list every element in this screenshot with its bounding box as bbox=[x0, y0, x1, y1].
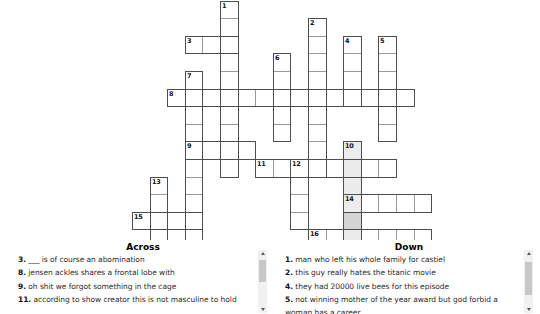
grid-cell[interactable] bbox=[273, 89, 291, 107]
across-heading: Across bbox=[18, 242, 268, 253]
scrollbar-thumb[interactable] bbox=[259, 260, 266, 282]
cell-number: 1 bbox=[222, 3, 226, 10]
grid-cell[interactable] bbox=[308, 89, 327, 107]
grid-cell[interactable] bbox=[273, 106, 291, 125]
scrollbar-track[interactable] bbox=[524, 257, 533, 306]
cell-number: 14 bbox=[345, 196, 354, 203]
cell-number: 15 bbox=[134, 214, 143, 221]
grid-cell[interactable] bbox=[343, 71, 362, 90]
scrollbar-thumb[interactable] bbox=[525, 262, 532, 295]
cell-number: 9 bbox=[187, 143, 191, 150]
grid-cell[interactable] bbox=[343, 53, 362, 72]
grid-cell[interactable] bbox=[308, 53, 327, 72]
grid-cell[interactable] bbox=[290, 89, 309, 107]
cell-number: 7 bbox=[187, 73, 191, 80]
clue-number: 4. bbox=[285, 282, 293, 291]
grid-cell[interactable] bbox=[308, 71, 327, 90]
grid-cell[interactable] bbox=[361, 89, 379, 107]
clue-text: man who left his whole family for castie… bbox=[293, 255, 445, 264]
grid-cell[interactable] bbox=[414, 194, 432, 213]
cell-number: 8 bbox=[169, 91, 173, 98]
grid-cell[interactable] bbox=[308, 159, 327, 178]
grid-cell[interactable] bbox=[185, 177, 203, 195]
clue-number: 8. bbox=[18, 268, 26, 277]
grid-cell[interactable] bbox=[202, 141, 221, 160]
down-clue: 2. this guy really hates the titanic mov… bbox=[285, 266, 525, 279]
clue-number: 3. bbox=[18, 255, 26, 264]
grid-cell[interactable] bbox=[202, 89, 221, 107]
scroll-up-button[interactable] bbox=[524, 250, 533, 257]
scroll-down-button[interactable] bbox=[258, 306, 267, 313]
grid-cell[interactable] bbox=[185, 194, 203, 213]
grid-cell[interactable] bbox=[326, 159, 344, 178]
grid-cell[interactable] bbox=[273, 71, 291, 90]
grid-cell[interactable] bbox=[343, 159, 362, 178]
clue-number: 2. bbox=[285, 268, 293, 277]
clue-text: according to show creator this is not ma… bbox=[31, 295, 236, 304]
grid-cell[interactable] bbox=[378, 124, 397, 142]
cell-number: 16 bbox=[310, 231, 319, 238]
across-scrollbar[interactable] bbox=[258, 250, 267, 313]
arrow-down-icon bbox=[261, 308, 265, 311]
grid-cell[interactable] bbox=[396, 229, 415, 240]
clue-number: 5. bbox=[285, 295, 293, 304]
grid-cell[interactable] bbox=[220, 159, 239, 178]
arrow-up-icon bbox=[527, 252, 531, 255]
grid-cell[interactable] bbox=[185, 89, 203, 107]
grid-cell[interactable] bbox=[326, 89, 344, 107]
grid-cell[interactable] bbox=[220, 36, 239, 54]
grid-cell[interactable] bbox=[378, 229, 397, 240]
grid-cell[interactable] bbox=[343, 229, 362, 240]
grid-cell[interactable] bbox=[185, 229, 203, 240]
grid-cell[interactable] bbox=[185, 106, 203, 125]
grid-cell[interactable] bbox=[396, 89, 415, 107]
grid-cell[interactable] bbox=[361, 229, 379, 240]
grid-cell[interactable] bbox=[361, 159, 379, 178]
crossword-board: 12345678910111213141516 bbox=[0, 0, 540, 240]
grid-cell[interactable] bbox=[290, 212, 309, 230]
grid-cell[interactable] bbox=[185, 212, 203, 230]
grid-cell[interactable] bbox=[202, 36, 221, 54]
across-clue: 11. according to show creator this is no… bbox=[18, 293, 258, 306]
grid-cell[interactable] bbox=[378, 89, 397, 107]
across-clue: 8. jensen ackles shares a frontal lobe w… bbox=[18, 266, 258, 279]
grid-cell[interactable] bbox=[220, 18, 239, 37]
grid-cell[interactable] bbox=[378, 53, 397, 72]
scrollbar-track[interactable] bbox=[258, 257, 267, 306]
grid-cell[interactable] bbox=[308, 124, 327, 142]
scroll-up-button[interactable] bbox=[258, 250, 267, 257]
grid-cell[interactable] bbox=[378, 71, 397, 90]
clue-text: jensen ackles shares a frontal lobe with bbox=[26, 268, 175, 277]
cell-number: 5 bbox=[380, 38, 384, 45]
grid-cell[interactable] bbox=[220, 141, 239, 160]
clue-text: not winning mother of the year award but… bbox=[285, 295, 498, 314]
grid-cell[interactable] bbox=[238, 141, 256, 160]
grid-cell[interactable] bbox=[167, 212, 186, 230]
down-clue: 5. not winning mother of the year award … bbox=[285, 293, 525, 314]
grid-cell[interactable] bbox=[220, 106, 239, 125]
grid-cell[interactable] bbox=[308, 106, 327, 125]
grid-cell[interactable] bbox=[378, 159, 397, 178]
clue-text: oh shit we forgot something in the cage bbox=[26, 282, 176, 291]
grid-cell[interactable] bbox=[150, 194, 168, 213]
grid-cell[interactable] bbox=[220, 124, 239, 142]
grid-cell[interactable] bbox=[220, 53, 239, 72]
grid-cell[interactable] bbox=[273, 124, 291, 142]
across-clue-list: 3. ___ is of course an abomination8. jen… bbox=[18, 253, 258, 306]
down-clue-list: 1. man who left his whole family for cas… bbox=[285, 253, 525, 314]
grid-cell[interactable] bbox=[396, 194, 415, 213]
clue-number: 11. bbox=[18, 295, 31, 304]
arrow-down-icon bbox=[527, 308, 531, 311]
cell-number: 11 bbox=[257, 161, 266, 168]
cell-number: 13 bbox=[152, 179, 161, 186]
grid-cell[interactable] bbox=[185, 124, 203, 142]
across-clue: 9. oh shit we forgot something in the ca… bbox=[18, 280, 258, 293]
scroll-down-button[interactable] bbox=[524, 306, 533, 313]
down-scrollbar[interactable] bbox=[524, 250, 533, 313]
grid-cell[interactable] bbox=[343, 212, 362, 230]
grid-cell[interactable] bbox=[150, 212, 168, 230]
grid-cell[interactable] bbox=[378, 106, 397, 125]
cell-number: 10 bbox=[345, 143, 354, 150]
clue-text: ___ is of course an abomination bbox=[26, 255, 145, 264]
clue-number: 1. bbox=[285, 255, 293, 264]
grid-cell[interactable] bbox=[414, 229, 432, 240]
grid-cell[interactable] bbox=[185, 159, 203, 178]
clue-text: this guy really hates the titanic movie bbox=[293, 268, 436, 277]
grid-cell[interactable] bbox=[255, 89, 274, 107]
grid-cell[interactable] bbox=[273, 159, 291, 178]
grid-cell[interactable] bbox=[290, 194, 309, 213]
down-heading: Down bbox=[285, 242, 533, 253]
cell-number: 2 bbox=[310, 20, 314, 27]
grid-cell[interactable] bbox=[290, 177, 309, 195]
grid-cell[interactable] bbox=[308, 141, 327, 160]
clue-number: 9. bbox=[18, 282, 26, 291]
across-clue: 3. ___ is of course an abomination bbox=[18, 253, 258, 266]
grid-cell[interactable] bbox=[220, 89, 239, 107]
grid-cell[interactable] bbox=[220, 71, 239, 90]
grid-cell[interactable] bbox=[326, 229, 344, 240]
grid-cell[interactable] bbox=[308, 36, 327, 54]
grid-cell[interactable] bbox=[343, 177, 362, 195]
clue-text: they had 20000 live bees for this episod… bbox=[293, 282, 449, 291]
cell-number: 6 bbox=[275, 55, 279, 62]
down-clue: 4. they had 20000 live bees for this epi… bbox=[285, 280, 525, 293]
down-clue: 1. man who left his whole family for cas… bbox=[285, 253, 525, 266]
cell-number: 3 bbox=[187, 38, 191, 45]
grid-cell[interactable] bbox=[343, 89, 362, 107]
cell-number: 12 bbox=[292, 161, 301, 168]
grid-cell[interactable] bbox=[238, 89, 256, 107]
grid-cell[interactable] bbox=[378, 194, 397, 213]
grid-cell[interactable] bbox=[361, 194, 379, 213]
arrow-up-icon bbox=[261, 252, 265, 255]
grid-cell[interactable] bbox=[150, 229, 168, 240]
cell-number: 4 bbox=[345, 38, 349, 45]
